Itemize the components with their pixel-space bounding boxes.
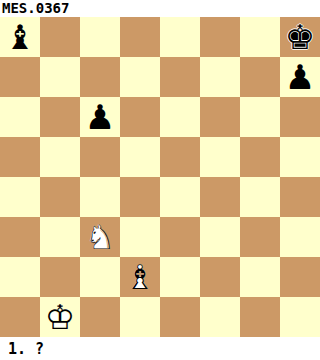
square-b7[interactable] xyxy=(40,57,80,97)
square-b3[interactable] xyxy=(40,217,80,257)
square-g2[interactable] xyxy=(240,257,280,297)
white-knight: ♘ xyxy=(80,217,120,257)
square-h6[interactable] xyxy=(280,97,320,137)
square-e7[interactable] xyxy=(160,57,200,97)
square-a2[interactable] xyxy=(0,257,40,297)
square-b1[interactable]: ♚♔ xyxy=(40,297,80,337)
square-h8[interactable]: ♚ xyxy=(280,17,320,57)
square-a8[interactable]: ♝ xyxy=(0,17,40,57)
white-bishop-fill: ♝ xyxy=(120,257,160,297)
move-prompt: 1. ? xyxy=(0,337,320,360)
square-b8[interactable] xyxy=(40,17,80,57)
square-g8[interactable] xyxy=(240,17,280,57)
square-a7[interactable] xyxy=(0,57,40,97)
chess-board: ♝♚♟♟♞♘♝♗♚♔ xyxy=(0,17,320,337)
square-b4[interactable] xyxy=(40,177,80,217)
white-king: ♔ xyxy=(40,297,80,337)
square-b5[interactable] xyxy=(40,137,80,177)
black-bishop: ♝ xyxy=(0,17,40,57)
square-d2[interactable]: ♝♗ xyxy=(120,257,160,297)
square-d1[interactable] xyxy=(120,297,160,337)
square-e4[interactable] xyxy=(160,177,200,217)
square-a6[interactable] xyxy=(0,97,40,137)
square-c3[interactable]: ♞♘ xyxy=(80,217,120,257)
square-g4[interactable] xyxy=(240,177,280,217)
square-a1[interactable] xyxy=(0,297,40,337)
square-c7[interactable] xyxy=(80,57,120,97)
square-d4[interactable] xyxy=(120,177,160,217)
square-b6[interactable] xyxy=(40,97,80,137)
white-king-fill: ♚ xyxy=(40,297,80,337)
square-c8[interactable] xyxy=(80,17,120,57)
square-a5[interactable] xyxy=(0,137,40,177)
square-d3[interactable] xyxy=(120,217,160,257)
black-king: ♚ xyxy=(280,17,320,57)
square-h3[interactable] xyxy=(280,217,320,257)
square-g7[interactable] xyxy=(240,57,280,97)
square-h7[interactable]: ♟ xyxy=(280,57,320,97)
square-f1[interactable] xyxy=(200,297,240,337)
square-c1[interactable] xyxy=(80,297,120,337)
square-e6[interactable] xyxy=(160,97,200,137)
diagram-title: MES.0367 xyxy=(0,0,320,17)
square-d6[interactable] xyxy=(120,97,160,137)
square-e2[interactable] xyxy=(160,257,200,297)
white-knight-fill: ♞ xyxy=(80,217,120,257)
square-g6[interactable] xyxy=(240,97,280,137)
square-e3[interactable] xyxy=(160,217,200,257)
square-c6[interactable]: ♟ xyxy=(80,97,120,137)
square-f2[interactable] xyxy=(200,257,240,297)
square-d5[interactable] xyxy=(120,137,160,177)
square-e5[interactable] xyxy=(160,137,200,177)
square-g1[interactable] xyxy=(240,297,280,337)
white-bishop: ♗ xyxy=(120,257,160,297)
square-a3[interactable] xyxy=(0,217,40,257)
square-f7[interactable] xyxy=(200,57,240,97)
square-f8[interactable] xyxy=(200,17,240,57)
square-h2[interactable] xyxy=(280,257,320,297)
square-e1[interactable] xyxy=(160,297,200,337)
square-d8[interactable] xyxy=(120,17,160,57)
square-f5[interactable] xyxy=(200,137,240,177)
black-pawn: ♟ xyxy=(280,57,320,97)
square-h1[interactable] xyxy=(280,297,320,337)
square-c2[interactable] xyxy=(80,257,120,297)
square-e8[interactable] xyxy=(160,17,200,57)
square-c5[interactable] xyxy=(80,137,120,177)
square-g3[interactable] xyxy=(240,217,280,257)
square-d7[interactable] xyxy=(120,57,160,97)
square-g5[interactable] xyxy=(240,137,280,177)
square-a4[interactable] xyxy=(0,177,40,217)
square-f3[interactable] xyxy=(200,217,240,257)
square-h5[interactable] xyxy=(280,137,320,177)
square-h4[interactable] xyxy=(280,177,320,217)
square-b2[interactable] xyxy=(40,257,80,297)
square-f6[interactable] xyxy=(200,97,240,137)
square-f4[interactable] xyxy=(200,177,240,217)
square-c4[interactable] xyxy=(80,177,120,217)
black-pawn: ♟ xyxy=(80,97,120,137)
